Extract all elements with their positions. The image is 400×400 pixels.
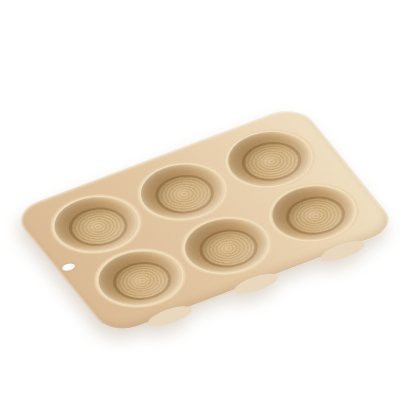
product-photo-canvas — [0, 0, 400, 400]
cup-grid — [31, 115, 379, 321]
pan-shadow-wrap — [0, 0, 400, 400]
muffin-pan — [10, 104, 399, 337]
